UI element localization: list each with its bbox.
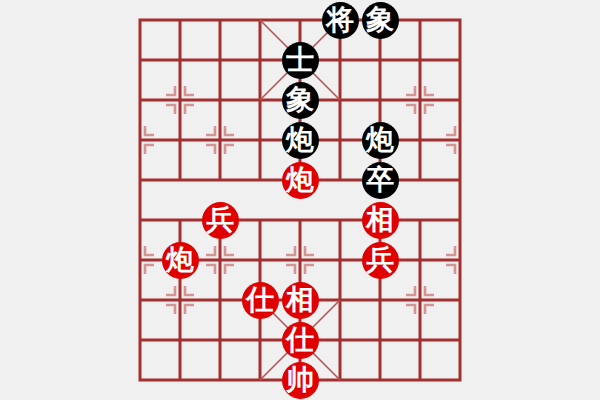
red-elephant[interactable]: 相 — [282, 282, 319, 319]
red-advisor[interactable]: 仕 — [242, 282, 279, 319]
black-cannon[interactable]: 炮 — [282, 122, 319, 159]
black-elephant[interactable]: 象 — [282, 82, 319, 119]
red-advisor[interactable]: 仕 — [282, 322, 319, 359]
xiangqi-screen: 将象士象炮炮卒炮兵相炮兵仕相仕帅 — [0, 0, 600, 400]
piece-grid: 将象士象炮炮卒炮兵相炮兵仕相仕帅 — [120, 0, 480, 400]
black-cannon[interactable]: 炮 — [362, 122, 399, 159]
red-elephant[interactable]: 相 — [362, 202, 399, 239]
black-soldier[interactable]: 卒 — [362, 162, 399, 199]
red-cannon[interactable]: 炮 — [162, 242, 199, 279]
red-general[interactable]: 帅 — [282, 362, 319, 399]
black-general[interactable]: 将 — [322, 2, 359, 39]
black-advisor[interactable]: 士 — [282, 42, 319, 79]
red-cannon[interactable]: 炮 — [282, 162, 319, 199]
red-soldier[interactable]: 兵 — [362, 242, 399, 279]
black-elephant[interactable]: 象 — [362, 2, 399, 39]
red-soldier[interactable]: 兵 — [202, 202, 239, 239]
